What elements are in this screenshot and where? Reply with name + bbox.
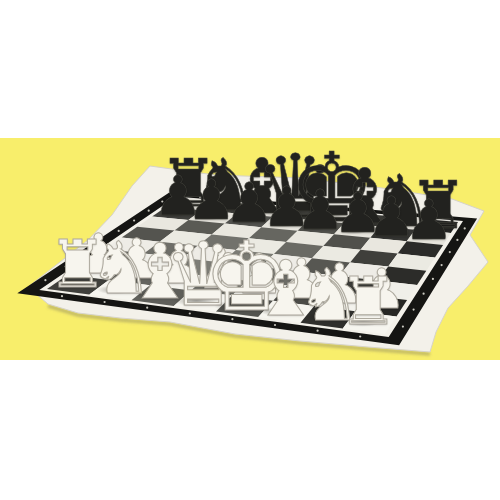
coordinate-mark	[133, 219, 135, 221]
coordinate-mark	[104, 301, 106, 303]
coordinate-mark	[268, 202, 270, 204]
coordinate-mark	[372, 211, 374, 213]
product-photo: ♜♞♝♛♚♝♞♜♟♟♟♟♟♟♟♟♟♟♟♟♟♟♟♟♜♞♝♛♚♝♞♜	[0, 0, 500, 500]
coordinate-mark	[199, 196, 201, 198]
coordinate-mark	[413, 309, 415, 311]
coordinate-mark	[303, 205, 305, 207]
coordinate-mark	[101, 241, 103, 243]
coordinate-mark	[456, 239, 458, 241]
coordinate-mark	[407, 213, 409, 215]
coordinate-mark	[118, 230, 120, 232]
coordinate-mark	[423, 293, 425, 295]
coordinate-mark	[234, 199, 236, 201]
coordinate-mark	[441, 264, 443, 266]
coordinate-mark	[449, 251, 451, 253]
coordinate-mark	[338, 208, 340, 210]
coordinate-mark	[146, 307, 148, 309]
coordinate-mark	[44, 279, 46, 281]
coordinate-mark	[442, 216, 444, 218]
coordinate-mark	[189, 312, 191, 314]
coordinate-mark	[432, 278, 434, 280]
coordinate-mark	[317, 330, 319, 332]
coordinate-mark	[148, 210, 150, 212]
chess-board	[0, 0, 500, 500]
coordinate-mark	[61, 295, 63, 297]
coordinate-mark	[65, 265, 67, 267]
coordinate-mark	[359, 335, 361, 337]
coordinate-mark	[161, 200, 163, 202]
coordinate-mark	[402, 326, 404, 328]
coordinate-mark	[231, 318, 233, 320]
coordinate-mark	[464, 227, 466, 229]
coordinate-mark	[274, 324, 276, 326]
coordinate-mark	[84, 253, 86, 255]
